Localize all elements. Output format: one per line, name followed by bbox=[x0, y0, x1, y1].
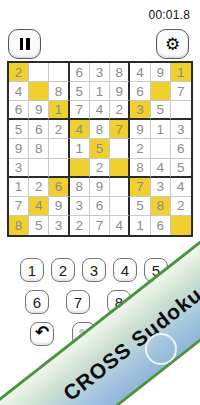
cell-r7c8[interactable]: 3 bbox=[151, 178, 171, 197]
cell-r1c9[interactable]: 1 bbox=[171, 63, 191, 82]
cell-r6c9[interactable]: 5 bbox=[171, 159, 191, 178]
numpad-row-1: 12345 bbox=[20, 258, 168, 282]
cell-r4c4[interactable]: 4 bbox=[70, 120, 90, 139]
cell-r6c4[interactable] bbox=[70, 159, 90, 178]
cell-r2c9[interactable]: 7 bbox=[171, 82, 191, 101]
cell-r9c4[interactable]: 2 bbox=[70, 216, 90, 235]
timer: 00:01.8 bbox=[149, 8, 190, 22]
undo-button[interactable]: ↶ bbox=[30, 322, 54, 346]
cell-r5c2[interactable]: 8 bbox=[29, 139, 49, 158]
cell-r3c1[interactable]: 6 bbox=[9, 101, 29, 120]
cell-r1c5[interactable]: 3 bbox=[90, 63, 110, 82]
cell-r9c3[interactable]: 3 bbox=[49, 216, 69, 235]
cell-r8c8[interactable]: 8 bbox=[151, 197, 171, 216]
cell-r7c9[interactable]: 4 bbox=[171, 178, 191, 197]
cell-r5c4[interactable]: 1 bbox=[70, 139, 90, 158]
cell-r7c5[interactable]: 9 bbox=[90, 178, 110, 197]
cell-r4c8[interactable]: 1 bbox=[151, 120, 171, 139]
cell-r8c2[interactable]: 4 bbox=[29, 197, 49, 216]
cell-r9c9[interactable] bbox=[171, 216, 191, 235]
cell-r7c6[interactable] bbox=[110, 178, 130, 197]
cell-r8c4[interactable]: 3 bbox=[70, 197, 90, 216]
settings-button[interactable]: ⚙ bbox=[156, 29, 189, 59]
cell-r9c2[interactable]: 5 bbox=[29, 216, 49, 235]
cell-r5c3[interactable] bbox=[49, 139, 69, 158]
cell-r4c9[interactable]: 3 bbox=[171, 120, 191, 139]
cell-r6c6[interactable] bbox=[110, 159, 130, 178]
gear-icon: ⚙ bbox=[165, 36, 180, 53]
cell-r7c2[interactable]: 2 bbox=[29, 178, 49, 197]
cell-r2c3[interactable]: 8 bbox=[49, 82, 69, 101]
cell-r6c5[interactable]: 2 bbox=[90, 159, 110, 178]
cell-r9c5[interactable]: 7 bbox=[90, 216, 110, 235]
cell-r1c6[interactable]: 8 bbox=[110, 63, 130, 82]
cell-r3c7[interactable]: 3 bbox=[130, 101, 150, 120]
cell-r4c6[interactable]: 7 bbox=[110, 120, 130, 139]
cell-r5c8[interactable] bbox=[151, 139, 171, 158]
cell-r9c7[interactable]: 1 bbox=[130, 216, 150, 235]
cell-r4c5[interactable]: 8 bbox=[90, 120, 110, 139]
cell-r1c7[interactable]: 4 bbox=[130, 63, 150, 82]
num-button-1[interactable]: 1 bbox=[20, 258, 44, 282]
cell-r8c9[interactable]: 2 bbox=[171, 197, 191, 216]
cell-r8c7[interactable]: 5 bbox=[130, 197, 150, 216]
num-button-3[interactable]: 3 bbox=[82, 258, 106, 282]
cell-r2c8[interactable] bbox=[151, 82, 171, 101]
pause-button[interactable] bbox=[8, 29, 41, 59]
cell-r9c8[interactable]: 6 bbox=[151, 216, 171, 235]
cell-r3c5[interactable]: 4 bbox=[90, 101, 110, 120]
cell-r7c1[interactable]: 1 bbox=[9, 178, 29, 197]
cell-r8c3[interactable]: 9 bbox=[49, 197, 69, 216]
app-screen: 00:01.8 ⚙ 263849148519676917423556248791… bbox=[0, 0, 200, 405]
cell-r1c4[interactable]: 6 bbox=[70, 63, 90, 82]
cell-r3c9[interactable] bbox=[171, 101, 191, 120]
cell-r2c1[interactable]: 4 bbox=[9, 82, 29, 101]
cell-r7c3[interactable]: 6 bbox=[49, 178, 69, 197]
cell-r3c4[interactable]: 7 bbox=[70, 101, 90, 120]
cell-r9c6[interactable]: 4 bbox=[110, 216, 130, 235]
cell-r2c4[interactable]: 5 bbox=[70, 82, 90, 101]
cell-r4c1[interactable]: 5 bbox=[9, 120, 29, 139]
cell-r1c1[interactable]: 2 bbox=[9, 63, 29, 82]
cell-r5c6[interactable] bbox=[110, 139, 130, 158]
cell-r4c2[interactable]: 6 bbox=[29, 120, 49, 139]
cell-r2c7[interactable]: 6 bbox=[130, 82, 150, 101]
undo-icon: ↶ bbox=[35, 324, 49, 341]
cell-r6c7[interactable]: 8 bbox=[130, 159, 150, 178]
cell-r9c1[interactable]: 8 bbox=[9, 216, 29, 235]
pause-icon bbox=[20, 38, 30, 50]
cell-r3c8[interactable]: 5 bbox=[151, 101, 171, 120]
cell-r3c2[interactable]: 9 bbox=[29, 101, 49, 120]
num-button-4[interactable]: 4 bbox=[113, 258, 137, 282]
cell-r5c9[interactable]: 6 bbox=[171, 139, 191, 158]
cell-r1c8[interactable]: 9 bbox=[151, 63, 171, 82]
cell-r6c2[interactable] bbox=[29, 159, 49, 178]
cell-r1c3[interactable] bbox=[49, 63, 69, 82]
cell-r3c3[interactable]: 1 bbox=[49, 101, 69, 120]
cell-r7c4[interactable]: 8 bbox=[70, 178, 90, 197]
cell-r2c5[interactable]: 1 bbox=[90, 82, 110, 101]
cell-r4c7[interactable]: 9 bbox=[130, 120, 150, 139]
cell-r2c2[interactable] bbox=[29, 82, 49, 101]
cell-r7c7[interactable]: 7 bbox=[130, 178, 150, 197]
cell-r8c6[interactable] bbox=[110, 197, 130, 216]
sudoku-grid: 2638491485196769174235562487913981526328… bbox=[7, 61, 193, 237]
ribbon-circle-decoration bbox=[145, 333, 177, 365]
cell-r6c1[interactable]: 3 bbox=[9, 159, 29, 178]
cell-r1c2[interactable] bbox=[29, 63, 49, 82]
cell-r3c6[interactable]: 2 bbox=[110, 101, 130, 120]
cell-r6c3[interactable] bbox=[49, 159, 69, 178]
num-button-6[interactable]: 6 bbox=[25, 290, 49, 314]
cell-r6c8[interactable]: 4 bbox=[151, 159, 171, 178]
cell-r2c6[interactable]: 9 bbox=[110, 82, 130, 101]
cell-r4c3[interactable]: 2 bbox=[49, 120, 69, 139]
cell-r5c1[interactable]: 9 bbox=[9, 139, 29, 158]
cell-r8c5[interactable]: 6 bbox=[90, 197, 110, 216]
num-button-7[interactable]: 7 bbox=[66, 290, 90, 314]
num-button-2[interactable]: 2 bbox=[51, 258, 75, 282]
cell-r5c5[interactable]: 5 bbox=[90, 139, 110, 158]
cell-r8c1[interactable]: 7 bbox=[9, 197, 29, 216]
cell-r5c7[interactable]: 2 bbox=[130, 139, 150, 158]
